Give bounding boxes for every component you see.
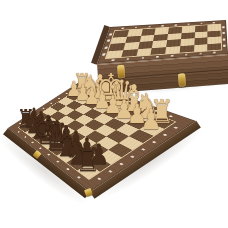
inlay-dot-icon [171,55,174,57]
inlay-dot-icon [222,26,224,28]
inlay-dot-icon [111,59,114,61]
inlay-dot-icon [213,22,215,24]
inlay-dot-icon [199,52,202,54]
inlay-dot-icon [141,57,144,59]
inlay-dot-icon [130,156,134,158]
inlay-dot-icon [148,26,151,28]
inlay-dot-icon [152,141,156,143]
inlay-dot-icon [50,103,52,104]
box-lid-squares [106,24,221,58]
inlay-dot-icon [223,45,225,47]
inlay-dot-icon [58,98,60,99]
chess-set-product-photo: ♜♞♝♚♛♝♞♜♟♟♟♟♟♟♟♟♟♟♟♟♟♟♟♟♜♞♝♚♛♝♞♜ [0,0,228,228]
inlay-dot-icon [105,46,108,48]
piece-white-pawn: ♟ [141,106,162,134]
inlay-dot-icon [126,58,129,60]
inlay-dot-icon [174,127,178,129]
box-square [207,43,221,51]
inlay-dot-icon [185,53,188,55]
box-square [194,44,208,52]
inlay-dot-icon [223,32,225,34]
inlay-dot-icon [109,33,112,35]
inlay-dot-icon [102,53,105,55]
inlay-dot-icon [161,25,164,27]
inlay-dot-icon [174,24,176,26]
box-clasp-icon [178,73,186,86]
inlay-dot-icon [200,23,202,25]
inlay-dot-icon [119,163,123,165]
inlay-dot-icon [223,38,225,40]
box-square [165,46,180,54]
inlay-dot-icon [141,148,145,150]
box-square [179,45,193,53]
inlay-dot-icon [107,40,110,42]
box-square [151,47,166,55]
piece-black-rook: ♜ [76,144,101,177]
inlay-dot-icon [156,56,159,58]
inlay-dot-icon [187,23,189,25]
inlay-dot-icon [121,27,124,29]
inlay-dot-icon [135,27,138,29]
inlay-dot-icon [163,134,167,136]
inlay-dot-icon [213,51,215,53]
